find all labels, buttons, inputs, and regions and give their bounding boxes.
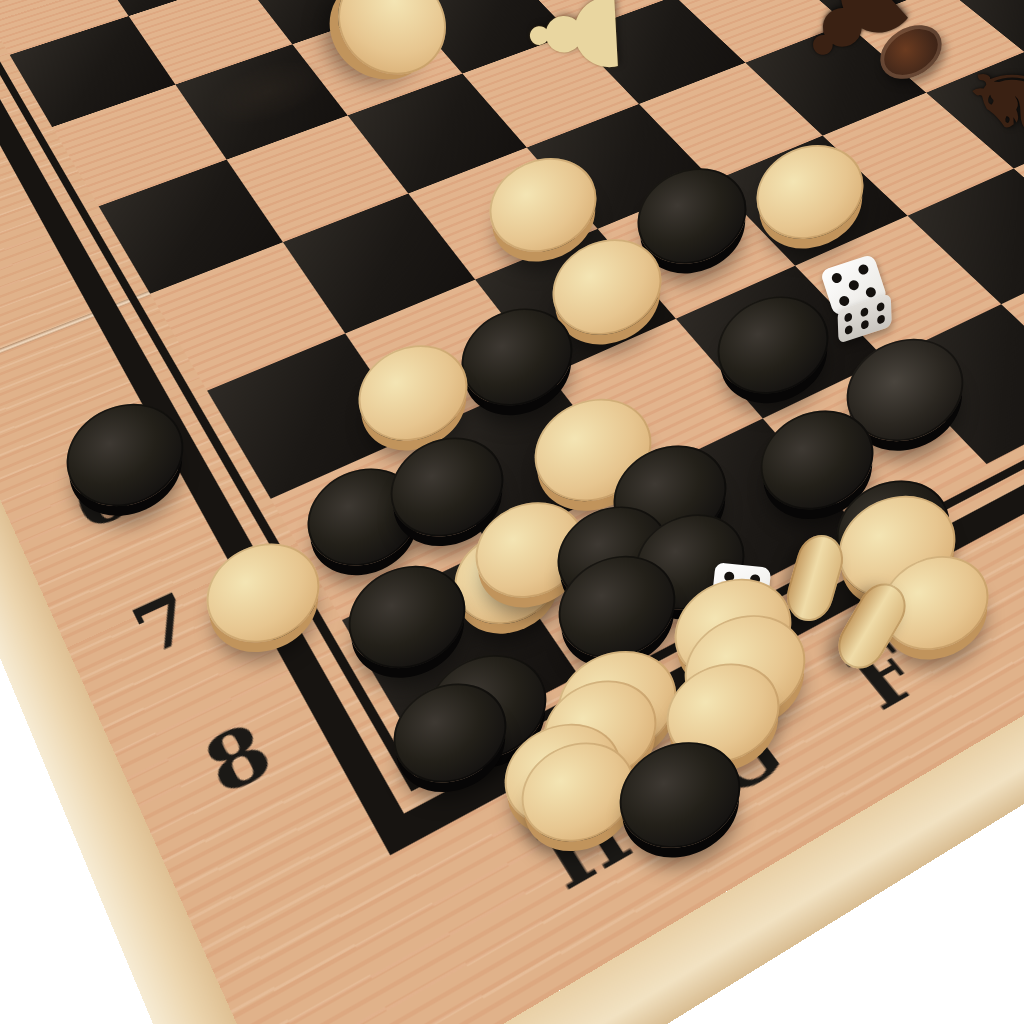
die-pip	[848, 279, 861, 292]
light-checker-on-edge[interactable]	[781, 529, 849, 626]
lying-chess-pawn-light[interactable]: ♟	[513, 0, 636, 90]
dark-checker[interactable]	[50, 386, 200, 525]
dark-checker[interactable]	[702, 279, 844, 411]
pieces-layer: ♟♟♞	[0, 0, 1024, 1024]
die-pip	[861, 320, 869, 331]
die-pip	[845, 325, 853, 336]
die-pip	[860, 306, 868, 317]
board-photo: 6 7 8 H G F ♟♟♞	[0, 0, 1024, 1024]
die-pip	[865, 286, 878, 299]
lying-chess-knight-dark[interactable]: ♞	[942, 25, 1024, 166]
die-pip	[876, 301, 884, 312]
die-pip	[857, 263, 870, 276]
white-die[interactable]	[820, 254, 896, 343]
light-checker[interactable]	[317, 0, 467, 96]
die-pip	[831, 272, 844, 285]
die-pip	[877, 315, 885, 326]
light-checker[interactable]	[741, 128, 878, 255]
die-pip	[838, 295, 851, 308]
die-pip	[844, 312, 852, 323]
